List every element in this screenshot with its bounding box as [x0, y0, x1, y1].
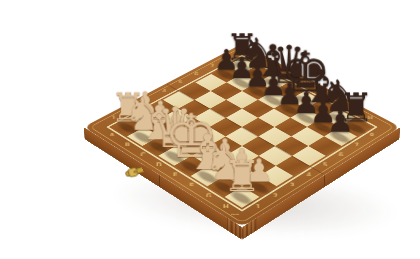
product-photo-stage: ♜♞♝♛♚♝♞♜♟♟♟♟♟♟♟♟♟♟♟♟♟♟♟♟♜♞♝♛♚♝♞♜ AABBCCD…	[0, 0, 420, 259]
box-half-seam-right	[324, 175, 325, 188]
white-rook: ♜	[223, 154, 261, 197]
box-half-seam-front	[159, 175, 160, 188]
black-pawn: ♟	[327, 106, 354, 136]
